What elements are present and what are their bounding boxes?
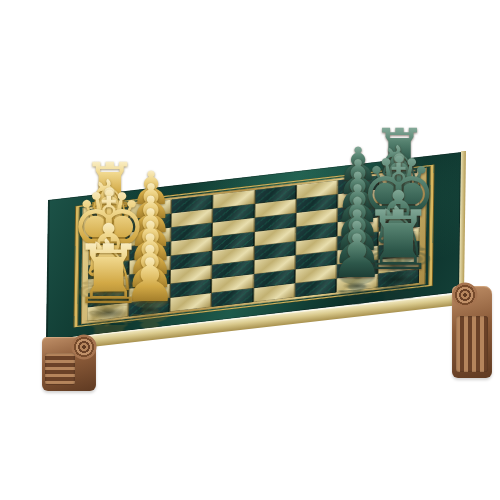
bronze-foot-right-icon — [452, 286, 492, 378]
chess-set-product-photo: ♜♜♞♞♝♝♛♛♚♚♝♝♞♞♜♜♟♟♟♟♟♟♟♟♟♟♟♟♟♟♟♟♜♜♞♞♝♝♛♛… — [0, 0, 500, 500]
piece-glyph: ♜ — [72, 236, 146, 314]
bronze-foot-left-icon — [42, 337, 96, 391]
piece-glyph: ♟ — [330, 228, 384, 285]
